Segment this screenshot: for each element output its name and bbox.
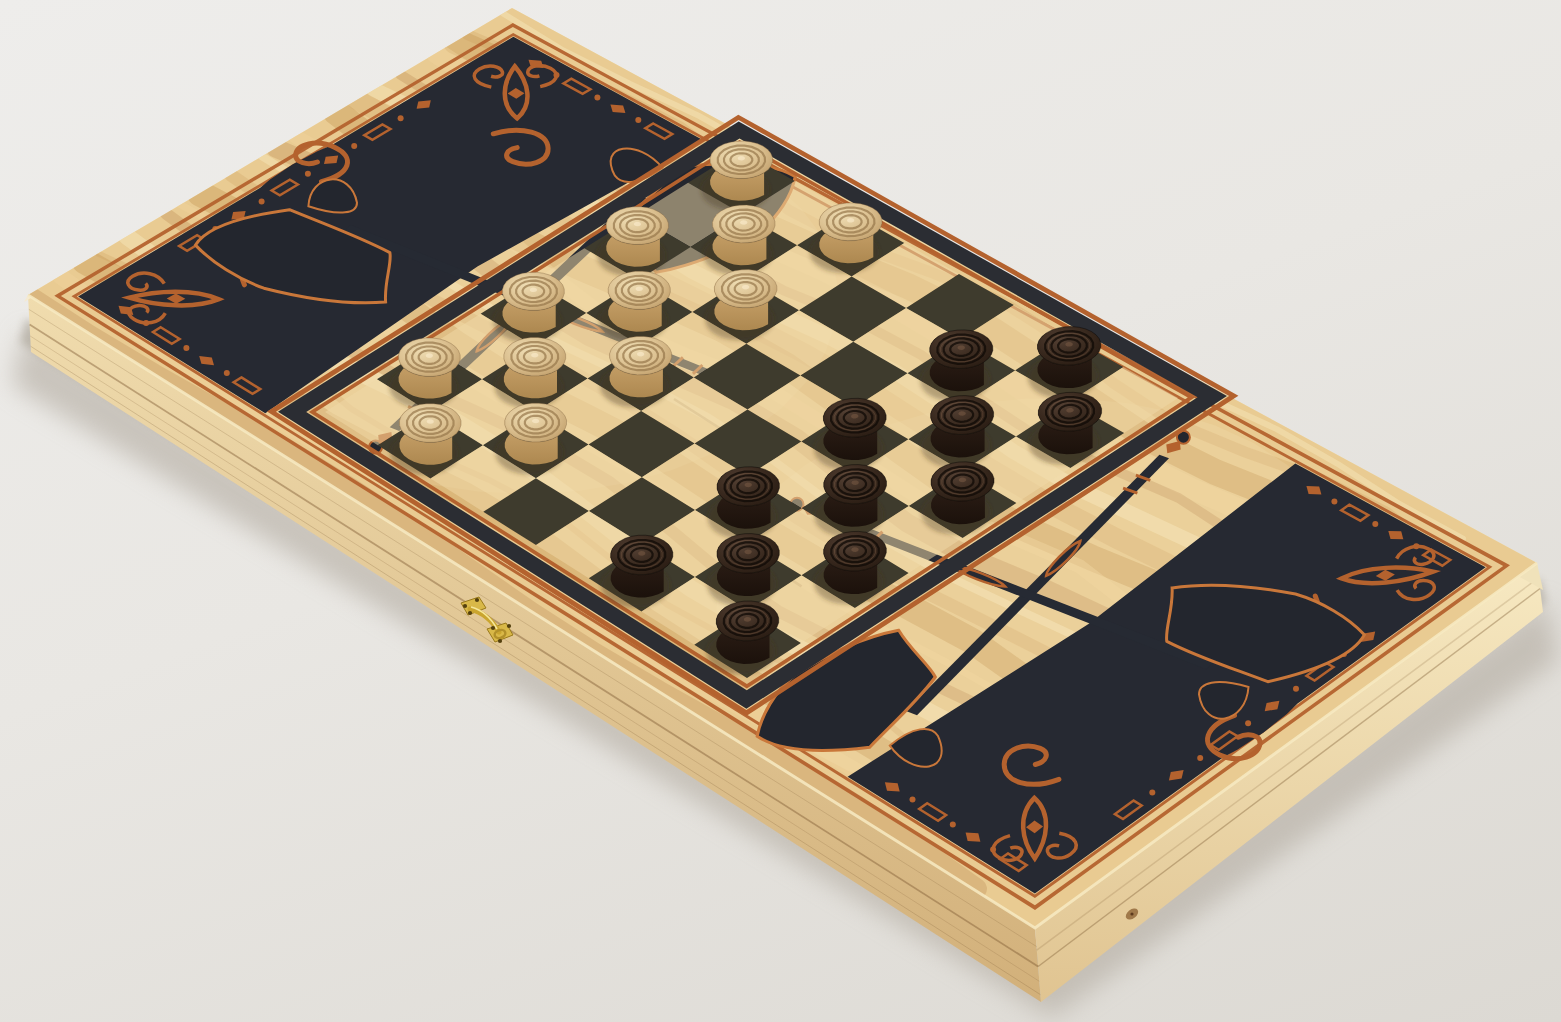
checker-light-c2-r6[interactable] (505, 403, 567, 464)
checker-light-c1-r1[interactable] (713, 205, 776, 265)
checker-light-c1-r7[interactable] (400, 404, 462, 465)
checker-light-c2-r0[interactable] (819, 203, 882, 263)
checker-dark-c5-r1[interactable] (930, 330, 993, 391)
board-photo-svg (0, 0, 1561, 1022)
checker-light-c0-r2[interactable] (606, 207, 668, 267)
checker-dark-c5-r5[interactable] (717, 467, 779, 529)
scene (0, 0, 1561, 1022)
wood-knot-core (1130, 912, 1133, 915)
checker-light-c2-r2[interactable] (714, 270, 777, 331)
checker-dark-c6-r2[interactable] (931, 396, 994, 458)
checker-light-c1-r5[interactable] (504, 338, 566, 399)
checker-dark-c6-r4[interactable] (824, 465, 887, 527)
checker-light-c0-r6[interactable] (399, 338, 461, 399)
checker-dark-c7-r5[interactable] (824, 531, 887, 594)
checker-light-c2-r4[interactable] (610, 336, 672, 397)
checker-dark-c6-r6[interactable] (717, 534, 779, 596)
checker-dark-c5-r3[interactable] (823, 398, 886, 460)
checker-dark-c5-r7[interactable] (611, 535, 673, 597)
checker-light-c0-r4[interactable] (503, 272, 565, 332)
checker-dark-c7-r7[interactable] (716, 601, 778, 664)
checker-light-c0-r0[interactable] (710, 141, 773, 201)
checker-dark-c7-r1[interactable] (1038, 392, 1101, 454)
checker-dark-c7-r3[interactable] (931, 462, 994, 524)
checker-light-c1-r3[interactable] (608, 271, 670, 331)
checker-dark-c6-r0[interactable] (1038, 327, 1101, 389)
